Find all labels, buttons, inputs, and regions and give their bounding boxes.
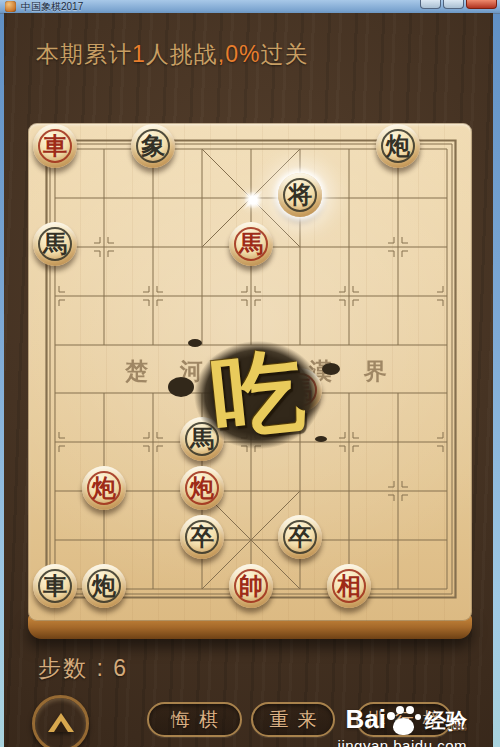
piece-black-soldier[interactable]: 卒 — [180, 515, 224, 559]
piece-red-chariot[interactable]: 車 — [33, 124, 77, 168]
xiangqi-board[interactable]: 楚 河 漢 界 車象炮将馬馬馬馬炮炮卒卒車炮帥相 吃 — [28, 123, 472, 621]
banner-text-2: 人挑战 — [146, 41, 218, 67]
piece-glyph: 馬 — [239, 232, 263, 256]
piece-glyph: 馬 — [43, 232, 67, 256]
piece-black-general[interactable]: 将 — [278, 173, 322, 217]
piece-glyph: 卒 — [190, 525, 214, 549]
minimize-button[interactable] — [420, 0, 441, 9]
sparkle-effect — [238, 185, 268, 215]
undo-button[interactable]: 悔棋 — [147, 702, 242, 737]
chevron-up-icon — [48, 713, 74, 732]
baidu-paw-icon — [387, 705, 421, 737]
piece-glyph: 卒 — [288, 525, 312, 549]
piece-black-horse[interactable]: 馬 — [33, 222, 77, 266]
window-title: 中国象棋2017 — [21, 0, 83, 14]
restart-button[interactable]: 重来 — [251, 702, 335, 737]
eat-stamp: 吃 — [180, 329, 336, 461]
close-button[interactable] — [466, 0, 497, 9]
app-window: 本期累计1人挑战,0%过关 楚 河 漢 界 車象炮将馬馬馬馬炮炮卒卒車炮帥相 吃… — [4, 13, 493, 747]
piece-glyph: 象 — [141, 134, 165, 158]
baidu-brand-text: Bai — [346, 704, 386, 735]
piece-red-general[interactable]: 帥 — [229, 564, 273, 608]
piece-red-cannon[interactable]: 炮 — [82, 466, 126, 510]
watermark-url: jingyan.baidu.com — [338, 737, 467, 747]
piece-glyph: 相 — [337, 574, 361, 598]
piece-glyph: 炮 — [386, 134, 410, 158]
screen: 中国象棋2017 本期累计1人挑战,0%过关 楚 河 漢 界 車象炮将馬馬馬馬炮… — [0, 0, 500, 747]
piece-black-cannon[interactable]: 炮 — [82, 564, 126, 608]
step-counter-label: 步数 : — [38, 655, 105, 681]
expand-button[interactable] — [32, 695, 89, 747]
eat-stamp-character: 吃 — [207, 344, 308, 445]
app-icon — [5, 1, 16, 12]
piece-red-cannon[interactable]: 炮 — [180, 466, 224, 510]
baidu-watermark: Baidu经验 jingyan.baidu.com — [338, 705, 467, 747]
piece-glyph: 炮 — [92, 476, 116, 500]
banner-percent: ,0% — [218, 41, 261, 67]
piece-black-cannon[interactable]: 炮 — [376, 124, 420, 168]
banner-count: 1 — [132, 41, 146, 67]
piece-glyph: 将 — [288, 183, 312, 207]
step-counter-value: 6 — [113, 655, 128, 681]
piece-black-chariot[interactable]: 車 — [33, 564, 77, 608]
piece-glyph: 車 — [43, 574, 67, 598]
piece-glyph: 車 — [43, 134, 67, 158]
piece-red-horse[interactable]: 馬 — [229, 222, 273, 266]
window-titlebar: 中国象棋2017 — [0, 0, 500, 14]
piece-black-elephant[interactable]: 象 — [131, 124, 175, 168]
step-counter: 步数 : 6 — [38, 653, 128, 684]
maximize-button[interactable] — [443, 0, 464, 9]
piece-glyph: 帥 — [239, 574, 263, 598]
baidu-brand-suffix: du — [451, 719, 467, 734]
banner-text-3: 过关 — [260, 41, 308, 67]
challenge-banner: 本期累计1人挑战,0%过关 — [36, 39, 308, 70]
piece-glyph: 炮 — [92, 574, 116, 598]
piece-glyph: 炮 — [190, 476, 214, 500]
banner-text: 本期累计 — [36, 41, 132, 67]
piece-black-soldier[interactable]: 卒 — [278, 515, 322, 559]
piece-red-elephant[interactable]: 相 — [327, 564, 371, 608]
